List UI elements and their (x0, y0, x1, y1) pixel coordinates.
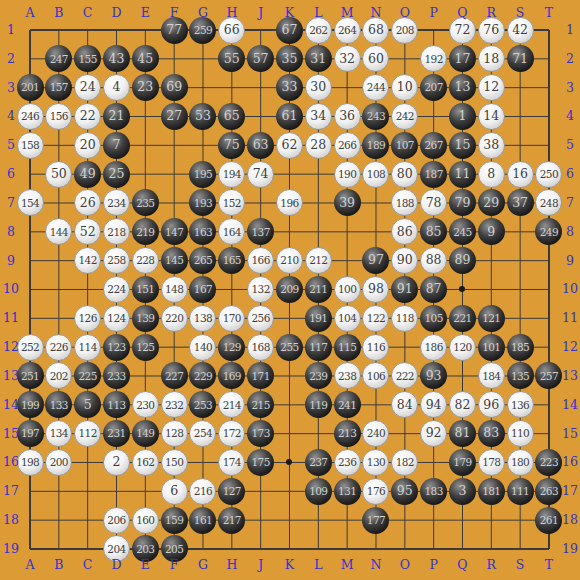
stone-black-L14[interactable]: 119 (304, 390, 333, 419)
stone-black-F18[interactable]: 159 (160, 506, 189, 535)
stone-black-D4[interactable]: 21 (102, 102, 131, 131)
stone[interactable]: 115 (334, 334, 361, 361)
stone[interactable]: 119 (305, 391, 332, 418)
stone-white-B15[interactable]: 134 (44, 419, 73, 448)
stone-white-R16[interactable]: 178 (477, 448, 506, 477)
stone-white-A4[interactable]: 246 (16, 102, 45, 131)
stone[interactable]: 198 (17, 449, 44, 476)
stone-white-N17[interactable]: 176 (362, 477, 391, 506)
stone[interactable]: 107 (391, 132, 418, 159)
stone[interactable]: 105 (420, 305, 447, 332)
stone-white-O9[interactable]: 90 (390, 246, 419, 275)
stone[interactable]: 134 (45, 420, 72, 447)
stone-white-G12[interactable]: 140 (189, 333, 218, 362)
stone[interactable]: 217 (218, 507, 245, 534)
stone[interactable]: 187 (420, 161, 447, 188)
stone[interactable]: 85 (420, 218, 447, 245)
stone-black-E2[interactable]: 45 (131, 44, 160, 73)
stone-white-K7[interactable]: 196 (275, 189, 304, 218)
stone[interactable]: 243 (362, 103, 389, 130)
stone-black-R11[interactable]: 121 (477, 304, 506, 333)
stone[interactable]: 254 (189, 420, 216, 447)
stone-white-H1[interactable]: 66 (217, 16, 246, 45)
stone[interactable]: 183 (420, 478, 447, 505)
stone-black-P11[interactable]: 105 (419, 304, 448, 333)
stone[interactable]: 90 (391, 247, 418, 274)
stone[interactable]: 210 (276, 247, 303, 274)
stone[interactable]: 186 (420, 334, 447, 361)
stone-white-O3[interactable]: 10 (390, 73, 419, 102)
stone[interactable]: 176 (362, 478, 389, 505)
stone-white-D16[interactable]: 2 (102, 448, 131, 477)
stone-white-R5[interactable]: 38 (477, 131, 506, 160)
stone-white-L4[interactable]: 34 (304, 102, 333, 131)
stone-black-A13[interactable]: 251 (16, 362, 45, 391)
stone[interactable]: 172 (218, 420, 245, 447)
stone-white-M6[interactable]: 190 (333, 160, 362, 189)
stone-black-F3[interactable]: 69 (160, 73, 189, 102)
stone[interactable]: 84 (391, 391, 418, 418)
stone-black-R17[interactable]: 181 (477, 477, 506, 506)
stone-black-S12[interactable]: 185 (506, 333, 535, 362)
stone[interactable]: 253 (189, 391, 216, 418)
stone-black-J8[interactable]: 137 (246, 217, 275, 246)
stone-white-H11[interactable]: 170 (217, 304, 246, 333)
stone[interactable]: 9 (478, 218, 505, 245)
stone[interactable]: 142 (74, 247, 101, 274)
stone[interactable]: 259 (189, 17, 216, 44)
stone[interactable]: 36 (334, 103, 361, 130)
stone-white-R3[interactable]: 12 (477, 73, 506, 102)
stone-white-E9[interactable]: 228 (131, 246, 160, 275)
stone[interactable]: 126 (74, 305, 101, 332)
stone-black-E11[interactable]: 139 (131, 304, 160, 333)
stone-white-R1[interactable]: 76 (477, 16, 506, 45)
stone[interactable]: 75 (218, 132, 245, 159)
stone-black-A14[interactable]: 199 (16, 390, 45, 419)
stone[interactable]: 170 (218, 305, 245, 332)
stone-black-J2[interactable]: 57 (246, 44, 275, 73)
stone[interactable]: 111 (507, 478, 534, 505)
stone-white-M4[interactable]: 36 (333, 102, 362, 131)
stone[interactable]: 2 (103, 449, 130, 476)
stone[interactable]: 182 (391, 449, 418, 476)
stone-black-K3[interactable]: 33 (275, 73, 304, 102)
stone[interactable]: 188 (391, 189, 418, 216)
stone[interactable]: 239 (305, 362, 332, 389)
stone-white-O11[interactable]: 118 (390, 304, 419, 333)
stone-black-K10[interactable]: 209 (275, 275, 304, 304)
stone[interactable]: 32 (334, 45, 361, 72)
stone[interactable]: 61 (276, 103, 303, 130)
stone-black-H2[interactable]: 55 (217, 44, 246, 73)
stone-white-T7[interactable]: 248 (535, 189, 564, 218)
stone[interactable]: 208 (391, 17, 418, 44)
stone-white-H14[interactable]: 214 (217, 390, 246, 419)
stone[interactable]: 137 (247, 218, 274, 245)
stone[interactable]: 164 (218, 218, 245, 245)
stone-black-P10[interactable]: 87 (419, 275, 448, 304)
stone[interactable]: 96 (478, 391, 505, 418)
stone-black-L10[interactable]: 211 (304, 275, 333, 304)
stone[interactable]: 128 (161, 420, 188, 447)
stone-black-L17[interactable]: 109 (304, 477, 333, 506)
stone[interactable]: 6 (161, 478, 188, 505)
stone[interactable]: 201 (17, 74, 44, 101)
stone-white-O6[interactable]: 80 (390, 160, 419, 189)
stone-black-Q4[interactable]: 1 (448, 102, 477, 131)
stone[interactable]: 121 (478, 305, 505, 332)
stone-white-L1[interactable]: 262 (304, 16, 333, 45)
stone[interactable]: 127 (218, 478, 245, 505)
stone-black-K2[interactable]: 35 (275, 44, 304, 73)
stone-black-O17[interactable]: 95 (390, 477, 419, 506)
stone[interactable]: 140 (189, 334, 216, 361)
stone[interactable]: 130 (362, 449, 389, 476)
stone-black-C14[interactable]: 5 (73, 390, 102, 419)
stone-black-T18[interactable]: 261 (535, 506, 564, 535)
stone[interactable]: 82 (449, 391, 476, 418)
stone[interactable]: 223 (535, 449, 562, 476)
stone-black-B14[interactable]: 133 (44, 390, 73, 419)
stone-white-G11[interactable]: 138 (189, 304, 218, 333)
stone[interactable]: 149 (132, 420, 159, 447)
stone-black-M14[interactable]: 241 (333, 390, 362, 419)
stone-black-M15[interactable]: 213 (333, 419, 362, 448)
stone-black-L12[interactable]: 117 (304, 333, 333, 362)
stone[interactable]: 81 (449, 420, 476, 447)
stone-white-L5[interactable]: 28 (304, 131, 333, 160)
stone-black-E8[interactable]: 219 (131, 217, 160, 246)
stone-white-B8[interactable]: 144 (44, 217, 73, 246)
stone-white-N12[interactable]: 116 (362, 333, 391, 362)
stone[interactable]: 242 (391, 103, 418, 130)
stone[interactable]: 29 (478, 189, 505, 216)
stone[interactable]: 95 (391, 478, 418, 505)
stone-white-Q12[interactable]: 120 (448, 333, 477, 362)
stone[interactable]: 227 (161, 362, 188, 389)
stone[interactable]: 264 (334, 17, 361, 44)
stone-white-T6[interactable]: 250 (535, 160, 564, 189)
stone[interactable]: 69 (161, 74, 188, 101)
stone[interactable]: 78 (420, 189, 447, 216)
stone-black-N5[interactable]: 189 (362, 131, 391, 160)
stone-black-G4[interactable]: 53 (189, 102, 218, 131)
stone-white-N15[interactable]: 240 (362, 419, 391, 448)
stone-black-D6[interactable]: 25 (102, 160, 131, 189)
stone-white-J10[interactable]: 132 (246, 275, 275, 304)
stone-black-S17[interactable]: 111 (506, 477, 535, 506)
stone-black-Q7[interactable]: 79 (448, 189, 477, 218)
stone[interactable]: 238 (334, 362, 361, 389)
stone-black-T8[interactable]: 249 (535, 217, 564, 246)
stone-black-T16[interactable]: 223 (535, 448, 564, 477)
stone-black-O5[interactable]: 107 (390, 131, 419, 160)
stone[interactable]: 251 (17, 362, 44, 389)
stone-black-Q16[interactable]: 179 (448, 448, 477, 477)
stone[interactable]: 226 (45, 334, 72, 361)
stone[interactable]: 228 (132, 247, 159, 274)
stone-white-F16[interactable]: 150 (160, 448, 189, 477)
stone-black-D14[interactable]: 113 (102, 390, 131, 419)
stone-black-A15[interactable]: 197 (16, 419, 45, 448)
stone[interactable]: 194 (218, 161, 245, 188)
stone[interactable]: 191 (305, 305, 332, 332)
stone-white-C7[interactable]: 26 (73, 189, 102, 218)
stone-black-K12[interactable]: 255 (275, 333, 304, 362)
stone[interactable]: 86 (391, 218, 418, 245)
stone-white-E14[interactable]: 230 (131, 390, 160, 419)
stone-black-H17[interactable]: 127 (217, 477, 246, 506)
stone[interactable]: 120 (449, 334, 476, 361)
stone-white-B4[interactable]: 156 (44, 102, 73, 131)
stone[interactable]: 18 (478, 45, 505, 72)
stone[interactable]: 4 (103, 74, 130, 101)
stone-white-J6[interactable]: 74 (246, 160, 275, 189)
stone-white-P2[interactable]: 192 (419, 44, 448, 73)
stone-white-A5[interactable]: 158 (16, 131, 45, 160)
stone[interactable]: 148 (161, 276, 188, 303)
stone-black-L13[interactable]: 239 (304, 362, 333, 391)
stone[interactable]: 45 (132, 45, 159, 72)
stone-black-D13[interactable]: 233 (102, 362, 131, 391)
stone[interactable]: 117 (305, 334, 332, 361)
stone[interactable]: 173 (247, 420, 274, 447)
stone[interactable]: 237 (305, 449, 332, 476)
stone-white-A16[interactable]: 198 (16, 448, 45, 477)
stone[interactable]: 236 (334, 449, 361, 476)
stone-white-N13[interactable]: 106 (362, 362, 391, 391)
stone[interactable]: 106 (362, 362, 389, 389)
stone[interactable]: 94 (420, 391, 447, 418)
stone[interactable]: 93 (420, 362, 447, 389)
stone[interactable]: 234 (103, 189, 130, 216)
stone[interactable]: 25 (103, 161, 130, 188)
stone[interactable]: 189 (362, 132, 389, 159)
stone-black-T17[interactable]: 263 (535, 477, 564, 506)
stone-black-A3[interactable]: 201 (16, 73, 45, 102)
stone[interactable]: 65 (218, 103, 245, 130)
stone[interactable]: 192 (420, 45, 447, 72)
stone-black-Q8[interactable]: 245 (448, 217, 477, 246)
stone-white-J9[interactable]: 166 (246, 246, 275, 275)
stone-white-Q14[interactable]: 82 (448, 390, 477, 419)
stone[interactable]: 160 (132, 507, 159, 534)
stone-black-B3[interactable]: 157 (44, 73, 73, 102)
stone[interactable]: 87 (420, 276, 447, 303)
stone[interactable]: 250 (535, 161, 562, 188)
stone[interactable]: 3 (449, 478, 476, 505)
stone[interactable]: 257 (535, 362, 562, 389)
stone-white-G17[interactable]: 216 (189, 477, 218, 506)
stone[interactable]: 213 (334, 420, 361, 447)
stone-black-O10[interactable]: 91 (390, 275, 419, 304)
stone-black-G14[interactable]: 253 (189, 390, 218, 419)
stone[interactable]: 77 (161, 17, 188, 44)
stone[interactable]: 266 (334, 132, 361, 159)
stone[interactable]: 155 (74, 45, 101, 72)
stone[interactable]: 26 (74, 189, 101, 216)
stone[interactable]: 166 (247, 247, 274, 274)
stone-black-L11[interactable]: 191 (304, 304, 333, 333)
stone[interactable]: 80 (391, 161, 418, 188)
stone-black-E3[interactable]: 23 (131, 73, 160, 102)
stone-white-D3[interactable]: 4 (102, 73, 131, 102)
stone-white-P7[interactable]: 78 (419, 189, 448, 218)
stone-black-C6[interactable]: 49 (73, 160, 102, 189)
stone-white-O16[interactable]: 182 (390, 448, 419, 477)
stone-black-F4[interactable]: 27 (160, 102, 189, 131)
stone-white-M2[interactable]: 32 (333, 44, 362, 73)
stone[interactable]: 100 (334, 276, 361, 303)
stone-white-N1[interactable]: 68 (362, 16, 391, 45)
stone[interactable]: 221 (449, 305, 476, 332)
stone[interactable]: 168 (247, 334, 274, 361)
stone-black-E12[interactable]: 125 (131, 333, 160, 362)
stone-black-E7[interactable]: 235 (131, 189, 160, 218)
stone[interactable]: 116 (362, 334, 389, 361)
stone[interactable]: 114 (74, 334, 101, 361)
stone-black-Q17[interactable]: 3 (448, 477, 477, 506)
stone[interactable]: 248 (535, 189, 562, 216)
stone[interactable]: 53 (189, 103, 216, 130)
stone[interactable]: 11 (449, 161, 476, 188)
stone[interactable]: 118 (391, 305, 418, 332)
stone[interactable]: 211 (305, 276, 332, 303)
stone-black-G1[interactable]: 259 (189, 16, 218, 45)
stone-white-B12[interactable]: 226 (44, 333, 73, 362)
stone-white-M11[interactable]: 104 (333, 304, 362, 333)
stone[interactable]: 38 (478, 132, 505, 159)
stone[interactable]: 231 (103, 420, 130, 447)
stone-white-O7[interactable]: 188 (390, 189, 419, 218)
stone[interactable]: 39 (334, 189, 361, 216)
stone[interactable]: 233 (103, 362, 130, 389)
stone[interactable]: 83 (478, 420, 505, 447)
stone-white-H16[interactable]: 174 (217, 448, 246, 477)
stone-white-K5[interactable]: 62 (275, 131, 304, 160)
stone[interactable]: 109 (305, 478, 332, 505)
stone[interactable]: 24 (74, 74, 101, 101)
stone-black-Q11[interactable]: 221 (448, 304, 477, 333)
stone-white-F15[interactable]: 128 (160, 419, 189, 448)
stone[interactable]: 246 (17, 103, 44, 130)
stone-black-R12[interactable]: 101 (477, 333, 506, 362)
stone[interactable]: 129 (218, 334, 245, 361)
stone[interactable]: 123 (103, 334, 130, 361)
stone[interactable]: 144 (45, 218, 72, 245)
stone[interactable]: 79 (449, 189, 476, 216)
stone[interactable]: 222 (391, 362, 418, 389)
stone-black-E15[interactable]: 149 (131, 419, 160, 448)
stone-white-N6[interactable]: 108 (362, 160, 391, 189)
stone[interactable]: 33 (276, 74, 303, 101)
stone-black-G8[interactable]: 163 (189, 217, 218, 246)
stone-white-P9[interactable]: 88 (419, 246, 448, 275)
stone-black-F8[interactable]: 147 (160, 217, 189, 246)
stone-white-S1[interactable]: 42 (506, 16, 535, 45)
stone[interactable]: 193 (189, 189, 216, 216)
stone-white-H7[interactable]: 152 (217, 189, 246, 218)
stone[interactable]: 34 (305, 103, 332, 130)
stone-white-M13[interactable]: 238 (333, 362, 362, 391)
stone-black-E10[interactable]: 151 (131, 275, 160, 304)
stone[interactable]: 60 (362, 45, 389, 72)
stone[interactable]: 258 (103, 247, 130, 274)
stone[interactable]: 55 (218, 45, 245, 72)
stone[interactable]: 42 (507, 17, 534, 44)
stone-white-M1[interactable]: 264 (333, 16, 362, 45)
stone[interactable]: 14 (478, 103, 505, 130)
stone-white-O1[interactable]: 208 (390, 16, 419, 45)
stone-black-M12[interactable]: 115 (333, 333, 362, 362)
stone-white-H15[interactable]: 172 (217, 419, 246, 448)
stone-black-N4[interactable]: 243 (362, 102, 391, 131)
stone[interactable]: 68 (362, 17, 389, 44)
stone-black-G13[interactable]: 229 (189, 362, 218, 391)
stone-black-H13[interactable]: 169 (217, 362, 246, 391)
stone-white-N2[interactable]: 60 (362, 44, 391, 73)
stone-white-F14[interactable]: 232 (160, 390, 189, 419)
stone[interactable]: 133 (45, 391, 72, 418)
stone[interactable]: 169 (218, 362, 245, 389)
stone-black-Q6[interactable]: 11 (448, 160, 477, 189)
stone-black-C2[interactable]: 155 (73, 44, 102, 73)
stone[interactable]: 101 (478, 334, 505, 361)
stone[interactable]: 197 (17, 420, 44, 447)
stone-black-H5[interactable]: 75 (217, 131, 246, 160)
stone-white-D10[interactable]: 224 (102, 275, 131, 304)
stone-white-O4[interactable]: 242 (390, 102, 419, 131)
stone-white-E18[interactable]: 160 (131, 506, 160, 535)
stone-white-D8[interactable]: 218 (102, 217, 131, 246)
stone[interactable]: 212 (305, 247, 332, 274)
stone[interactable]: 89 (449, 247, 476, 274)
stone-black-G7[interactable]: 193 (189, 189, 218, 218)
stone-white-F10[interactable]: 148 (160, 275, 189, 304)
stone[interactable]: 224 (103, 276, 130, 303)
stone-black-G18[interactable]: 161 (189, 506, 218, 535)
stone[interactable]: 122 (362, 305, 389, 332)
stone-white-H8[interactable]: 164 (217, 217, 246, 246)
stone-black-S13[interactable]: 135 (506, 362, 535, 391)
stone[interactable]: 13 (449, 74, 476, 101)
stone[interactable]: 28 (305, 132, 332, 159)
stone[interactable]: 132 (247, 276, 274, 303)
stone[interactable]: 157 (45, 74, 72, 101)
stone[interactable]: 27 (161, 103, 188, 130)
stone-white-C15[interactable]: 112 (73, 419, 102, 448)
stone-white-N11[interactable]: 122 (362, 304, 391, 333)
stone[interactable]: 151 (132, 276, 159, 303)
stone-black-F1[interactable]: 77 (160, 16, 189, 45)
stone-black-J15[interactable]: 173 (246, 419, 275, 448)
stone-black-L16[interactable]: 237 (304, 448, 333, 477)
stone-white-J11[interactable]: 256 (246, 304, 275, 333)
stone[interactable]: 247 (45, 45, 72, 72)
stone[interactable]: 152 (218, 189, 245, 216)
stone-black-H4[interactable]: 65 (217, 102, 246, 131)
stone[interactable]: 199 (17, 391, 44, 418)
stone-white-E16[interactable]: 162 (131, 448, 160, 477)
stone[interactable]: 63 (247, 132, 274, 159)
stone-white-S16[interactable]: 180 (506, 448, 535, 477)
stone-white-D11[interactable]: 124 (102, 304, 131, 333)
stone[interactable]: 230 (132, 391, 159, 418)
stone-black-L2[interactable]: 31 (304, 44, 333, 73)
stone-black-P6[interactable]: 187 (419, 160, 448, 189)
stone-white-P15[interactable]: 92 (419, 419, 448, 448)
